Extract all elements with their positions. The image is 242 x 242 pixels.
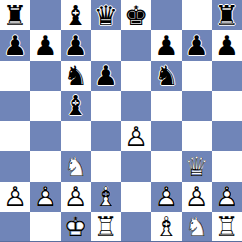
square-a2[interactable]: ♟♙ bbox=[0, 182, 30, 212]
white-king-outline: ♔ bbox=[61, 212, 91, 242]
black-pawn-glyph: ♟ bbox=[91, 61, 121, 91]
square-d3[interactable] bbox=[91, 151, 121, 181]
square-d6[interactable]: ♟ bbox=[91, 61, 121, 91]
square-e2[interactable] bbox=[121, 182, 151, 212]
black-queen-piece: ♛ bbox=[91, 0, 121, 30]
square-g5[interactable] bbox=[182, 91, 212, 121]
square-g8[interactable] bbox=[182, 0, 212, 30]
white-rook-piece: ♜♖ bbox=[91, 212, 121, 242]
white-knight-piece: ♞♘ bbox=[61, 151, 91, 181]
square-f1[interactable]: ♝♗ bbox=[151, 212, 181, 242]
square-g4[interactable] bbox=[182, 121, 212, 151]
square-h4[interactable] bbox=[212, 121, 242, 151]
square-c2[interactable]: ♟♙ bbox=[61, 182, 91, 212]
square-g3[interactable]: ♛♕ bbox=[182, 151, 212, 181]
square-c6[interactable]: ♞ bbox=[61, 61, 91, 91]
square-c4[interactable] bbox=[61, 121, 91, 151]
black-pawn-glyph: ♟ bbox=[151, 30, 181, 60]
square-c1[interactable]: ♚♔ bbox=[61, 212, 91, 242]
square-d2[interactable]: ♝♗ bbox=[91, 182, 121, 212]
white-pawn-piece: ♟♙ bbox=[121, 121, 151, 151]
square-h3[interactable] bbox=[212, 151, 242, 181]
square-c7[interactable]: ♟ bbox=[61, 30, 91, 60]
white-pawn-piece: ♟♙ bbox=[0, 182, 30, 212]
black-knight-glyph: ♞ bbox=[61, 61, 91, 91]
black-pawn-piece: ♟ bbox=[91, 61, 121, 91]
white-pawn-outline: ♙ bbox=[182, 182, 212, 212]
square-h6[interactable] bbox=[212, 61, 242, 91]
white-pawn-outline: ♙ bbox=[151, 182, 181, 212]
chess-board: ♜♝♛♚♜♟♟♟♟♟♟♞♟♞♝♟♙♞♘♛♕♟♙♟♙♟♙♝♗♟♙♟♙♟♙♚♔♜♖♝… bbox=[0, 0, 242, 242]
black-bishop-piece: ♝ bbox=[61, 0, 91, 30]
square-f4[interactable] bbox=[151, 121, 181, 151]
white-bishop-piece: ♝♗ bbox=[91, 182, 121, 212]
black-pawn-glyph: ♟ bbox=[182, 30, 212, 60]
square-d1[interactable]: ♜♖ bbox=[91, 212, 121, 242]
square-a4[interactable] bbox=[0, 121, 30, 151]
white-rook-outline: ♖ bbox=[91, 212, 121, 242]
square-d4[interactable] bbox=[91, 121, 121, 151]
square-a1[interactable] bbox=[0, 212, 30, 242]
black-pawn-piece: ♟ bbox=[61, 30, 91, 60]
square-a5[interactable] bbox=[0, 91, 30, 121]
white-pawn-piece: ♟♙ bbox=[61, 182, 91, 212]
white-pawn-piece: ♟♙ bbox=[212, 182, 242, 212]
white-rook-outline: ♖ bbox=[212, 212, 242, 242]
square-g2[interactable]: ♟♙ bbox=[182, 182, 212, 212]
square-h2[interactable]: ♟♙ bbox=[212, 182, 242, 212]
square-b1[interactable] bbox=[30, 212, 60, 242]
square-f3[interactable] bbox=[151, 151, 181, 181]
white-pawn-outline: ♙ bbox=[212, 182, 242, 212]
square-a7[interactable]: ♟ bbox=[0, 30, 30, 60]
square-b6[interactable] bbox=[30, 61, 60, 91]
black-pawn-piece: ♟ bbox=[151, 30, 181, 60]
square-h5[interactable] bbox=[212, 91, 242, 121]
black-bishop-piece: ♝ bbox=[61, 91, 91, 121]
square-h1[interactable]: ♜♖ bbox=[212, 212, 242, 242]
square-e7[interactable] bbox=[121, 30, 151, 60]
white-pawn-outline: ♙ bbox=[61, 182, 91, 212]
white-king-piece: ♚♔ bbox=[61, 212, 91, 242]
square-d5[interactable] bbox=[91, 91, 121, 121]
white-bishop-outline: ♗ bbox=[91, 182, 121, 212]
white-knight-outline: ♘ bbox=[182, 212, 212, 242]
square-f7[interactable]: ♟ bbox=[151, 30, 181, 60]
black-pawn-piece: ♟ bbox=[212, 30, 242, 60]
square-b3[interactable] bbox=[30, 151, 60, 181]
square-g6[interactable] bbox=[182, 61, 212, 91]
square-e3[interactable] bbox=[121, 151, 151, 181]
black-pawn-glyph: ♟ bbox=[61, 30, 91, 60]
black-pawn-glyph: ♟ bbox=[0, 30, 30, 60]
white-knight-outline: ♘ bbox=[61, 151, 91, 181]
black-knight-piece: ♞ bbox=[151, 61, 181, 91]
white-bishop-outline: ♗ bbox=[151, 212, 181, 242]
black-king-piece: ♚ bbox=[121, 0, 151, 30]
square-e6[interactable] bbox=[121, 61, 151, 91]
square-d7[interactable] bbox=[91, 30, 121, 60]
square-b5[interactable] bbox=[30, 91, 60, 121]
square-b7[interactable]: ♟ bbox=[30, 30, 60, 60]
black-king-glyph: ♚ bbox=[121, 0, 151, 30]
square-e8[interactable]: ♚ bbox=[121, 0, 151, 30]
square-g7[interactable]: ♟ bbox=[182, 30, 212, 60]
square-b2[interactable]: ♟♙ bbox=[30, 182, 60, 212]
square-a8[interactable]: ♜ bbox=[0, 0, 30, 30]
black-pawn-piece: ♟ bbox=[0, 30, 30, 60]
white-pawn-piece: ♟♙ bbox=[30, 182, 60, 212]
black-knight-glyph: ♞ bbox=[151, 61, 181, 91]
square-g1[interactable]: ♞♘ bbox=[182, 212, 212, 242]
black-queen-glyph: ♛ bbox=[91, 0, 121, 30]
square-a6[interactable] bbox=[0, 61, 30, 91]
square-c8[interactable]: ♝ bbox=[61, 0, 91, 30]
square-c3[interactable]: ♞♘ bbox=[61, 151, 91, 181]
square-f5[interactable] bbox=[151, 91, 181, 121]
black-pawn-piece: ♟ bbox=[30, 30, 60, 60]
white-pawn-piece: ♟♙ bbox=[151, 182, 181, 212]
white-knight-piece: ♞♘ bbox=[182, 212, 212, 242]
black-pawn-glyph: ♟ bbox=[212, 30, 242, 60]
square-f2[interactable]: ♟♙ bbox=[151, 182, 181, 212]
white-bishop-piece: ♝♗ bbox=[151, 212, 181, 242]
white-pawn-outline: ♙ bbox=[0, 182, 30, 212]
square-f8[interactable] bbox=[151, 0, 181, 30]
square-h8[interactable]: ♜ bbox=[212, 0, 242, 30]
square-h7[interactable]: ♟ bbox=[212, 30, 242, 60]
black-rook-piece: ♜ bbox=[212, 0, 242, 30]
black-bishop-glyph: ♝ bbox=[61, 91, 91, 121]
white-queen-piece: ♛♕ bbox=[182, 151, 212, 181]
white-pawn-outline: ♙ bbox=[121, 121, 151, 151]
black-rook-glyph: ♜ bbox=[0, 0, 30, 30]
square-d8[interactable]: ♛ bbox=[91, 0, 121, 30]
black-knight-piece: ♞ bbox=[61, 61, 91, 91]
white-rook-piece: ♜♖ bbox=[212, 212, 242, 242]
square-b4[interactable] bbox=[30, 121, 60, 151]
square-b8[interactable] bbox=[30, 0, 60, 30]
black-pawn-piece: ♟ bbox=[182, 30, 212, 60]
white-pawn-outline: ♙ bbox=[30, 182, 60, 212]
black-rook-glyph: ♜ bbox=[212, 0, 242, 30]
black-pawn-glyph: ♟ bbox=[30, 30, 60, 60]
white-queen-outline: ♕ bbox=[182, 151, 212, 181]
square-e5[interactable] bbox=[121, 91, 151, 121]
square-e1[interactable] bbox=[121, 212, 151, 242]
square-a3[interactable] bbox=[0, 151, 30, 181]
square-e4[interactable]: ♟♙ bbox=[121, 121, 151, 151]
square-f6[interactable]: ♞ bbox=[151, 61, 181, 91]
black-rook-piece: ♜ bbox=[0, 0, 30, 30]
square-c5[interactable]: ♝ bbox=[61, 91, 91, 121]
white-pawn-piece: ♟♙ bbox=[182, 182, 212, 212]
black-bishop-glyph: ♝ bbox=[61, 0, 91, 30]
